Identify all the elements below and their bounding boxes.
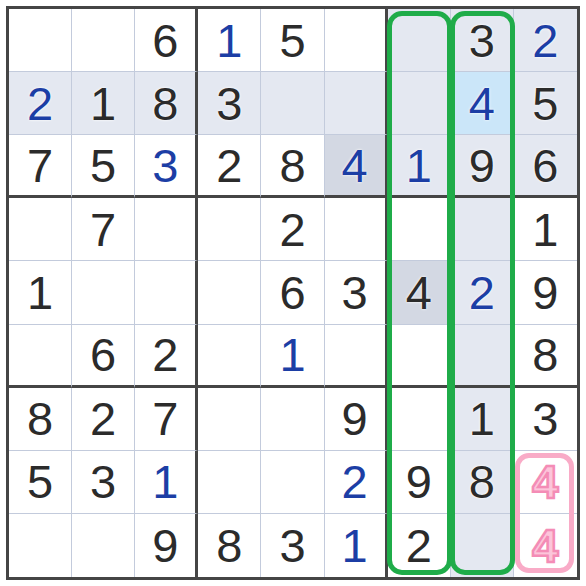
cell-r5c6[interactable]: 3	[325, 261, 388, 324]
cell-r8c2[interactable]: 3	[72, 451, 135, 514]
cell-r3c8[interactable]: 9	[451, 135, 514, 198]
cell-r5c3[interactable]	[135, 261, 198, 324]
cell-r5c5[interactable]: 6	[261, 261, 324, 324]
cell-r7c9[interactable]: 3	[514, 388, 577, 451]
cell-r2c8[interactable]: 4	[451, 72, 514, 135]
cell-r5c4[interactable]	[198, 261, 261, 324]
cell-r7c1[interactable]: 8	[9, 388, 72, 451]
cell-r2c9[interactable]: 5	[514, 72, 577, 135]
cell-r3c2[interactable]: 5	[72, 135, 135, 198]
cell-r4c8[interactable]	[451, 198, 514, 261]
cell-r7c6[interactable]: 9	[325, 388, 388, 451]
cell-r4c1[interactable]	[9, 198, 72, 261]
cell-r1c8[interactable]: 3	[451, 9, 514, 72]
cell-r8c8[interactable]: 8	[451, 451, 514, 514]
cell-r8c4[interactable]	[198, 451, 261, 514]
cell-r7c3[interactable]: 7	[135, 388, 198, 451]
cell-r1c6[interactable]	[325, 9, 388, 72]
cell-r2c4[interactable]: 3	[198, 72, 261, 135]
cell-r3c7[interactable]: 1	[388, 135, 451, 198]
cell-r7c4[interactable]	[198, 388, 261, 451]
sudoku-board: 6153221834575328419672116342962188279135…	[6, 6, 580, 580]
cell-r9c9[interactable]: 4	[514, 514, 577, 577]
cell-r9c3[interactable]: 9	[135, 514, 198, 577]
cell-r4c9[interactable]: 1	[514, 198, 577, 261]
cell-r2c3[interactable]: 8	[135, 72, 198, 135]
cell-r4c3[interactable]	[135, 198, 198, 261]
cell-r9c5[interactable]: 3	[261, 514, 324, 577]
cell-r6c1[interactable]	[9, 325, 72, 388]
cell-r5c8[interactable]: 2	[451, 261, 514, 324]
cell-r8c7[interactable]: 9	[388, 451, 451, 514]
cell-r6c2[interactable]: 6	[72, 325, 135, 388]
cell-r1c7[interactable]	[388, 9, 451, 72]
cell-r8c1[interactable]: 5	[9, 451, 72, 514]
cell-r5c9[interactable]: 9	[514, 261, 577, 324]
cell-r9c2[interactable]	[72, 514, 135, 577]
cell-r1c1[interactable]	[9, 9, 72, 72]
cell-r6c7[interactable]	[388, 325, 451, 388]
cell-r2c2[interactable]: 1	[72, 72, 135, 135]
cell-r1c4[interactable]: 1	[198, 9, 261, 72]
cell-r1c3[interactable]: 6	[135, 9, 198, 72]
cell-r8c9[interactable]: 4	[514, 451, 577, 514]
cell-r9c4[interactable]: 8	[198, 514, 261, 577]
cell-r8c6[interactable]: 2	[325, 451, 388, 514]
cell-r3c3[interactable]: 3	[135, 135, 198, 198]
cell-r4c4[interactable]	[198, 198, 261, 261]
cell-r9c6[interactable]: 1	[325, 514, 388, 577]
cell-r7c7[interactable]	[388, 388, 451, 451]
cell-r9c7[interactable]: 2	[388, 514, 451, 577]
cell-r1c5[interactable]: 5	[261, 9, 324, 72]
cell-r8c5[interactable]	[261, 451, 324, 514]
cell-r5c1[interactable]: 1	[9, 261, 72, 324]
cell-r5c7[interactable]: 4	[388, 261, 451, 324]
cell-r3c6[interactable]: 4	[325, 135, 388, 198]
cell-r3c4[interactable]: 2	[198, 135, 261, 198]
cell-r7c8[interactable]: 1	[451, 388, 514, 451]
cell-r3c5[interactable]: 8	[261, 135, 324, 198]
sudoku-grid: 6153221834575328419672116342962188279135…	[9, 9, 577, 577]
cell-r4c7[interactable]	[388, 198, 451, 261]
cell-r4c6[interactable]	[325, 198, 388, 261]
cell-r6c9[interactable]: 8	[514, 325, 577, 388]
cell-r6c4[interactable]	[198, 325, 261, 388]
cell-r6c3[interactable]: 2	[135, 325, 198, 388]
cell-r9c1[interactable]	[9, 514, 72, 577]
cell-r5c2[interactable]	[72, 261, 135, 324]
cell-r1c9[interactable]: 2	[514, 9, 577, 72]
cell-r2c6[interactable]	[325, 72, 388, 135]
cell-r2c1[interactable]: 2	[9, 72, 72, 135]
cell-r4c5[interactable]: 2	[261, 198, 324, 261]
cell-r6c6[interactable]	[325, 325, 388, 388]
cell-r2c7[interactable]	[388, 72, 451, 135]
cell-r6c5[interactable]: 1	[261, 325, 324, 388]
cell-r2c5[interactable]	[261, 72, 324, 135]
cell-r8c3[interactable]: 1	[135, 451, 198, 514]
cell-r7c5[interactable]	[261, 388, 324, 451]
cell-r6c8[interactable]	[451, 325, 514, 388]
cell-r1c2[interactable]	[72, 9, 135, 72]
cell-r4c2[interactable]: 7	[72, 198, 135, 261]
cell-r7c2[interactable]: 2	[72, 388, 135, 451]
cell-r3c1[interactable]: 7	[9, 135, 72, 198]
cell-r9c8[interactable]	[451, 514, 514, 577]
cell-r3c9[interactable]: 6	[514, 135, 577, 198]
